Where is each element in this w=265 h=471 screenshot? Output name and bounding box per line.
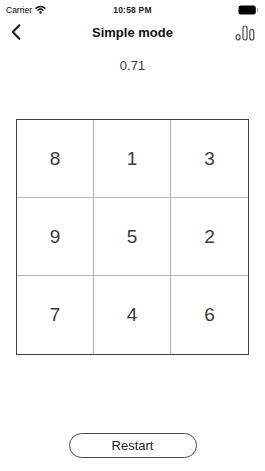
battery-icon (238, 5, 259, 15)
stats-button[interactable] (234, 23, 256, 41)
nav-bar: Simple mode (0, 17, 265, 47)
grid-cell-r2c2[interactable]: 6 (171, 276, 248, 354)
timer-value: 0.71 (0, 58, 265, 73)
grid-cell-r1c2[interactable]: 2 (171, 198, 248, 276)
grid-cell-r0c0[interactable]: 8 (17, 120, 94, 198)
bar-chart-icon (235, 25, 255, 41)
wifi-icon (35, 5, 46, 14)
number-grid: 8 1 3 9 5 2 7 4 6 (16, 119, 249, 355)
status-bar: Carrier 10:58 PM (0, 0, 265, 17)
page-title: Simple mode (92, 25, 173, 40)
grid-cell-r1c0[interactable]: 9 (17, 198, 94, 276)
grid-cell-r2c1[interactable]: 4 (94, 276, 171, 354)
carrier-label: Carrier (6, 5, 32, 15)
back-button[interactable] (8, 22, 24, 42)
restart-button[interactable]: Restart (69, 433, 197, 458)
status-bar-left: Carrier (6, 5, 86, 15)
grid-cell-r0c1[interactable]: 1 (94, 120, 171, 198)
grid-cell-r2c0[interactable]: 7 (17, 276, 94, 354)
status-bar-right (179, 5, 259, 15)
grid-cell-r0c2[interactable]: 3 (171, 120, 248, 198)
grid-cell-r1c1[interactable]: 5 (94, 198, 171, 276)
chevron-left-icon (11, 24, 21, 40)
status-time: 10:58 PM (86, 5, 179, 15)
